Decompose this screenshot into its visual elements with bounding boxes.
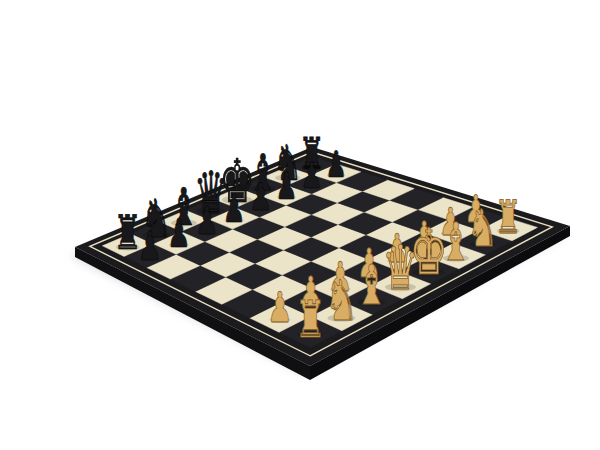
white-pawn-a2: ♟ bbox=[267, 283, 292, 331]
black-pawn-h7: ♟ bbox=[325, 143, 347, 185]
chessboard-3d-render: ♜♟♞♟♝♟♚♟♛♟♟♝♜♟♟♞♞♟♟♜♟♝♟♚♟♛♟♝♟♞♟♜ bbox=[0, 0, 600, 450]
black-pawn-g7: ♟ bbox=[301, 154, 323, 196]
white-rook-a1: ♜ bbox=[295, 289, 326, 348]
black-pawn-d7: ♟ bbox=[223, 187, 246, 232]
black-pawn-f7: ♟ bbox=[275, 164, 297, 209]
black-pawn-c7: ♟ bbox=[195, 198, 218, 244]
white-knight-b1: ♞ bbox=[325, 268, 359, 333]
black-pawn-a7: ♟ bbox=[138, 222, 162, 269]
black-pawn-e7: ♟ bbox=[249, 175, 272, 220]
chess-set-product-photo: ♜♟♞♟♝♟♚♟♛♟♟♝♜♟♟♞♞♟♟♜♟♝♟♚♟♛♟♝♟♞♟♜ bbox=[0, 0, 600, 450]
black-pawn-b7: ♟ bbox=[167, 211, 191, 257]
white-bishop-c1: ♝ bbox=[355, 253, 388, 318]
white-rook-h1: ♜ bbox=[494, 190, 521, 243]
